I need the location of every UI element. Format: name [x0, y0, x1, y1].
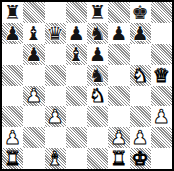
- square-c3[interactable]: ♟: [45, 106, 66, 127]
- square-g3[interactable]: [130, 106, 151, 127]
- square-d2[interactable]: [66, 127, 87, 148]
- square-g7[interactable]: ♟: [130, 23, 151, 44]
- square-a4[interactable]: [2, 86, 23, 107]
- white-pawn-a2: ♟: [4, 128, 21, 147]
- black-pawn-g7: ♟: [132, 24, 149, 43]
- square-a5[interactable]: [2, 65, 23, 86]
- square-c8[interactable]: [45, 2, 66, 23]
- square-e7[interactable]: ♞: [87, 23, 108, 44]
- square-f1[interactable]: ♜: [108, 148, 129, 169]
- square-f3[interactable]: [108, 106, 129, 127]
- square-f4[interactable]: [108, 86, 129, 107]
- square-b2[interactable]: [23, 127, 44, 148]
- square-d5[interactable]: [66, 65, 87, 86]
- square-c6[interactable]: [45, 44, 66, 65]
- black-bishop-b7: ♝: [25, 24, 42, 43]
- square-f6[interactable]: [108, 44, 129, 65]
- square-h2[interactable]: [151, 127, 172, 148]
- white-knight-e4: ♞: [89, 86, 106, 105]
- square-d4[interactable]: [66, 86, 87, 107]
- white-pawn-f2: ♟: [110, 128, 127, 147]
- square-h6[interactable]: [151, 44, 172, 65]
- square-g2[interactable]: ♟: [130, 127, 151, 148]
- square-c2[interactable]: [45, 127, 66, 148]
- square-c7[interactable]: ♛: [45, 23, 66, 44]
- square-a8[interactable]: ♜: [2, 2, 23, 23]
- black-knight-e7: ♞: [89, 24, 106, 43]
- square-d7[interactable]: ♟: [66, 23, 87, 44]
- square-d6[interactable]: ♝: [66, 44, 87, 65]
- square-b3[interactable]: [23, 106, 44, 127]
- black-rook-e8: ♜: [89, 3, 106, 22]
- white-pawn-g2: ♟: [132, 128, 149, 147]
- black-pawn-a7: ♟: [4, 24, 21, 43]
- square-d8[interactable]: [66, 2, 87, 23]
- chess-board: ♜♜♚♟♝♛♟♞♟♟♟♝♟♞♞♛♟♞♟♟♟♟♟♜♝♜♚: [2, 2, 172, 169]
- black-king-g8: ♚: [132, 3, 149, 22]
- white-rook-f1: ♜: [110, 149, 127, 168]
- square-a1[interactable]: ♜: [2, 148, 23, 169]
- square-e5[interactable]: ♞: [87, 65, 108, 86]
- black-knight-e5: ♞: [89, 66, 106, 85]
- square-g6[interactable]: [130, 44, 151, 65]
- square-c1[interactable]: ♝: [45, 148, 66, 169]
- square-e1[interactable]: [87, 148, 108, 169]
- square-e4[interactable]: ♞: [87, 86, 108, 107]
- square-c4[interactable]: [45, 86, 66, 107]
- square-d3[interactable]: [66, 106, 87, 127]
- square-f7[interactable]: ♟: [108, 23, 129, 44]
- square-e3[interactable]: [87, 106, 108, 127]
- black-rook-a8: ♜: [4, 3, 21, 22]
- square-b1[interactable]: [23, 148, 44, 169]
- square-d1[interactable]: [66, 148, 87, 169]
- black-queen-c7: ♛: [47, 24, 64, 43]
- square-b6[interactable]: ♟: [23, 44, 44, 65]
- square-b4[interactable]: ♟: [23, 86, 44, 107]
- square-c5[interactable]: [45, 65, 66, 86]
- square-g4[interactable]: [130, 86, 151, 107]
- black-pawn-e6: ♟: [89, 45, 106, 64]
- square-b8[interactable]: [23, 2, 44, 23]
- white-bishop-c1: ♝: [47, 149, 64, 168]
- square-a3[interactable]: [2, 106, 23, 127]
- white-pawn-c3: ♟: [47, 107, 64, 126]
- square-g8[interactable]: ♚: [130, 2, 151, 23]
- square-h4[interactable]: [151, 86, 172, 107]
- square-f5[interactable]: [108, 65, 129, 86]
- square-h3[interactable]: ♟: [151, 106, 172, 127]
- square-a2[interactable]: ♟: [2, 127, 23, 148]
- square-g1[interactable]: ♚: [130, 148, 151, 169]
- white-queen-h5: ♛: [153, 66, 170, 85]
- white-rook-a1: ♜: [4, 149, 21, 168]
- square-h1[interactable]: [151, 148, 172, 169]
- square-h7[interactable]: [151, 23, 172, 44]
- square-b5[interactable]: [23, 65, 44, 86]
- white-pawn-h3: ♟: [153, 107, 170, 126]
- black-pawn-d7: ♟: [68, 24, 85, 43]
- square-f2[interactable]: ♟: [108, 127, 129, 148]
- square-b7[interactable]: ♝: [23, 23, 44, 44]
- chess-board-frame: ♜♜♚♟♝♛♟♞♟♟♟♝♟♞♞♛♟♞♟♟♟♟♟♜♝♜♚: [0, 0, 174, 171]
- square-e8[interactable]: ♜: [87, 2, 108, 23]
- square-a7[interactable]: ♟: [2, 23, 23, 44]
- square-e2[interactable]: [87, 127, 108, 148]
- square-a6[interactable]: [2, 44, 23, 65]
- square-f8[interactable]: [108, 2, 129, 23]
- square-h8[interactable]: [151, 2, 172, 23]
- white-knight-g5: ♞: [132, 66, 149, 85]
- black-pawn-f7: ♟: [110, 24, 127, 43]
- black-bishop-d6: ♝: [68, 45, 85, 64]
- white-king-g1: ♚: [132, 149, 149, 168]
- square-g5[interactable]: ♞: [130, 65, 151, 86]
- black-pawn-b6: ♟: [25, 45, 42, 64]
- square-h5[interactable]: ♛: [151, 65, 172, 86]
- white-pawn-b4: ♟: [25, 86, 42, 105]
- square-e6[interactable]: ♟: [87, 44, 108, 65]
